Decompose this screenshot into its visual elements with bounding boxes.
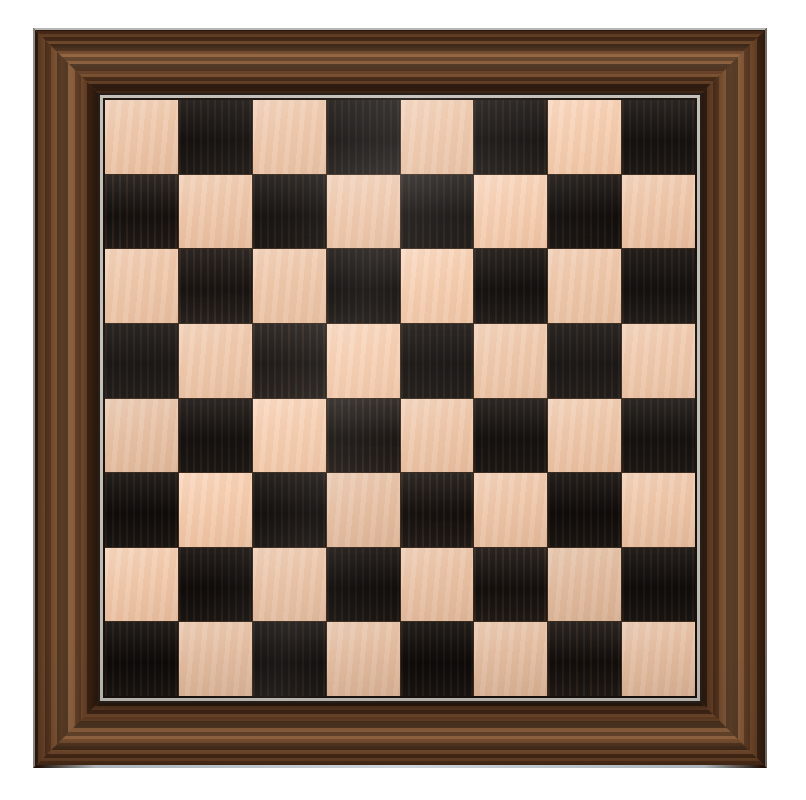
square-e8 bbox=[401, 100, 474, 174]
square-b8 bbox=[179, 100, 252, 174]
square-a3 bbox=[105, 473, 178, 547]
square-c4 bbox=[253, 399, 326, 473]
square-a1 bbox=[105, 622, 178, 696]
square-e6 bbox=[401, 249, 474, 323]
square-d1 bbox=[327, 622, 400, 696]
square-d3 bbox=[327, 473, 400, 547]
square-e7 bbox=[401, 175, 474, 249]
square-h6 bbox=[622, 249, 695, 323]
square-h7 bbox=[622, 175, 695, 249]
chess-board-grid bbox=[105, 100, 695, 696]
square-c3 bbox=[253, 473, 326, 547]
square-b3 bbox=[179, 473, 252, 547]
square-c1 bbox=[253, 622, 326, 696]
square-g6 bbox=[548, 249, 621, 323]
square-g7 bbox=[548, 175, 621, 249]
square-b5 bbox=[179, 324, 252, 398]
square-a2 bbox=[105, 548, 178, 622]
square-h1 bbox=[622, 622, 695, 696]
frame-right-rail bbox=[702, 28, 767, 768]
playing-field-border bbox=[103, 98, 697, 698]
square-c2 bbox=[253, 548, 326, 622]
square-a4 bbox=[105, 399, 178, 473]
square-g5 bbox=[548, 324, 621, 398]
square-b7 bbox=[179, 175, 252, 249]
square-f2 bbox=[474, 548, 547, 622]
square-c5 bbox=[253, 324, 326, 398]
square-h5 bbox=[622, 324, 695, 398]
square-f3 bbox=[474, 473, 547, 547]
square-f4 bbox=[474, 399, 547, 473]
square-h4 bbox=[622, 399, 695, 473]
chess-board bbox=[33, 28, 767, 768]
square-h3 bbox=[622, 473, 695, 547]
square-e1 bbox=[401, 622, 474, 696]
square-g4 bbox=[548, 399, 621, 473]
square-g8 bbox=[548, 100, 621, 174]
square-f5 bbox=[474, 324, 547, 398]
square-f7 bbox=[474, 175, 547, 249]
square-d7 bbox=[327, 175, 400, 249]
square-a8 bbox=[105, 100, 178, 174]
square-f6 bbox=[474, 249, 547, 323]
square-d2 bbox=[327, 548, 400, 622]
square-g3 bbox=[548, 473, 621, 547]
square-c8 bbox=[253, 100, 326, 174]
square-d6 bbox=[327, 249, 400, 323]
square-b4 bbox=[179, 399, 252, 473]
square-c7 bbox=[253, 175, 326, 249]
square-e3 bbox=[401, 473, 474, 547]
square-d4 bbox=[327, 399, 400, 473]
square-c6 bbox=[253, 249, 326, 323]
square-e2 bbox=[401, 548, 474, 622]
frame-left-rail bbox=[33, 28, 98, 768]
square-h8 bbox=[622, 100, 695, 174]
square-f1 bbox=[474, 622, 547, 696]
square-g2 bbox=[548, 548, 621, 622]
square-b6 bbox=[179, 249, 252, 323]
square-e5 bbox=[401, 324, 474, 398]
square-b2 bbox=[179, 548, 252, 622]
frame-bottom-rail bbox=[33, 703, 767, 768]
square-d5 bbox=[327, 324, 400, 398]
square-e4 bbox=[401, 399, 474, 473]
square-a5 bbox=[105, 324, 178, 398]
square-a7 bbox=[105, 175, 178, 249]
square-f8 bbox=[474, 100, 547, 174]
product-photo-background bbox=[0, 0, 806, 800]
square-d8 bbox=[327, 100, 400, 174]
square-h2 bbox=[622, 548, 695, 622]
board-inlay-border bbox=[98, 93, 702, 703]
square-b1 bbox=[179, 622, 252, 696]
frame-top-rail bbox=[33, 28, 767, 93]
square-a6 bbox=[105, 249, 178, 323]
square-g1 bbox=[548, 622, 621, 696]
